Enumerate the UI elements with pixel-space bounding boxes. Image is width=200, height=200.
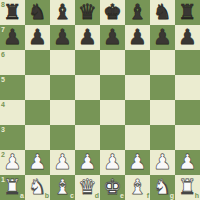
square-g7[interactable]: ♟ xyxy=(150,25,175,50)
square-d1[interactable]: d♛ xyxy=(75,175,100,200)
square-e6[interactable] xyxy=(100,50,125,75)
square-f1[interactable]: f♝ xyxy=(125,175,150,200)
square-f8[interactable]: ♝ xyxy=(125,0,150,25)
piece-white-knight[interactable]: ♞ xyxy=(153,175,172,200)
square-f3[interactable] xyxy=(125,125,150,150)
piece-black-bishop[interactable]: ♝ xyxy=(53,0,72,25)
square-c3[interactable] xyxy=(50,125,75,150)
square-f4[interactable] xyxy=(125,100,150,125)
piece-white-pawn[interactable]: ♟ xyxy=(153,150,172,175)
square-b4[interactable] xyxy=(25,100,50,125)
square-e4[interactable] xyxy=(100,100,125,125)
square-c1[interactable]: c♝ xyxy=(50,175,75,200)
square-d2[interactable]: ♟ xyxy=(75,150,100,175)
square-f5[interactable] xyxy=(125,75,150,100)
piece-white-bishop[interactable]: ♝ xyxy=(128,175,147,200)
square-a2[interactable]: 2♟ xyxy=(0,150,25,175)
square-g5[interactable] xyxy=(150,75,175,100)
square-e3[interactable] xyxy=(100,125,125,150)
square-h8[interactable]: ♜ xyxy=(175,0,200,25)
piece-black-queen[interactable]: ♛ xyxy=(78,0,97,25)
square-d4[interactable] xyxy=(75,100,100,125)
piece-black-rook[interactable]: ♜ xyxy=(3,0,22,25)
chess-board: 8♜♞♝♛♚♝♞♜7♟♟♟♟♟♟♟♟65432♟♟♟♟♟♟♟♟1a♜b♞c♝d♛… xyxy=(0,0,200,200)
square-h4[interactable] xyxy=(175,100,200,125)
square-b6[interactable] xyxy=(25,50,50,75)
square-e5[interactable] xyxy=(100,75,125,100)
square-c4[interactable] xyxy=(50,100,75,125)
square-a8[interactable]: 8♜ xyxy=(0,0,25,25)
piece-white-pawn[interactable]: ♟ xyxy=(28,150,47,175)
square-b7[interactable]: ♟ xyxy=(25,25,50,50)
piece-white-pawn[interactable]: ♟ xyxy=(53,150,72,175)
piece-white-pawn[interactable]: ♟ xyxy=(103,150,122,175)
square-e2[interactable]: ♟ xyxy=(100,150,125,175)
file-label: f xyxy=(147,192,149,199)
square-c6[interactable] xyxy=(50,50,75,75)
square-a1[interactable]: 1a♜ xyxy=(0,175,25,200)
piece-black-rook[interactable]: ♜ xyxy=(178,0,197,25)
square-b8[interactable]: ♞ xyxy=(25,0,50,25)
square-g1[interactable]: g♞ xyxy=(150,175,175,200)
square-g2[interactable]: ♟ xyxy=(150,150,175,175)
piece-white-king[interactable]: ♚ xyxy=(103,175,122,200)
square-h3[interactable] xyxy=(175,125,200,150)
square-d3[interactable] xyxy=(75,125,100,150)
piece-black-pawn[interactable]: ♟ xyxy=(78,25,97,50)
square-h1[interactable]: h♜ xyxy=(175,175,200,200)
square-a6[interactable]: 6 xyxy=(0,50,25,75)
square-b3[interactable] xyxy=(25,125,50,150)
square-b1[interactable]: b♞ xyxy=(25,175,50,200)
rank-label: 6 xyxy=(1,51,5,58)
piece-white-rook[interactable]: ♜ xyxy=(178,175,197,200)
rank-label: 3 xyxy=(1,126,5,133)
piece-white-pawn[interactable]: ♟ xyxy=(178,150,197,175)
piece-black-pawn[interactable]: ♟ xyxy=(103,25,122,50)
square-g6[interactable] xyxy=(150,50,175,75)
square-h2[interactable]: ♟ xyxy=(175,150,200,175)
square-a5[interactable]: 5 xyxy=(0,75,25,100)
square-a4[interactable]: 4 xyxy=(0,100,25,125)
piece-black-king[interactable]: ♚ xyxy=(103,0,122,25)
piece-white-knight[interactable]: ♞ xyxy=(28,175,47,200)
piece-black-pawn[interactable]: ♟ xyxy=(153,25,172,50)
piece-white-pawn[interactable]: ♟ xyxy=(78,150,97,175)
rank-label: 4 xyxy=(1,101,5,108)
piece-white-rook[interactable]: ♜ xyxy=(3,175,22,200)
square-b5[interactable] xyxy=(25,75,50,100)
square-f7[interactable]: ♟ xyxy=(125,25,150,50)
square-h6[interactable] xyxy=(175,50,200,75)
square-a7[interactable]: 7♟ xyxy=(0,25,25,50)
piece-black-pawn[interactable]: ♟ xyxy=(128,25,147,50)
square-h7[interactable]: ♟ xyxy=(175,25,200,50)
square-c5[interactable] xyxy=(50,75,75,100)
piece-white-queen[interactable]: ♛ xyxy=(78,175,97,200)
square-d5[interactable] xyxy=(75,75,100,100)
square-f2[interactable]: ♟ xyxy=(125,150,150,175)
square-d8[interactable]: ♛ xyxy=(75,0,100,25)
square-f6[interactable] xyxy=(125,50,150,75)
square-e7[interactable]: ♟ xyxy=(100,25,125,50)
piece-black-bishop[interactable]: ♝ xyxy=(128,0,147,25)
piece-black-pawn[interactable]: ♟ xyxy=(178,25,197,50)
square-h5[interactable] xyxy=(175,75,200,100)
square-b2[interactable]: ♟ xyxy=(25,150,50,175)
square-a3[interactable]: 3 xyxy=(0,125,25,150)
square-c8[interactable]: ♝ xyxy=(50,0,75,25)
square-e1[interactable]: e♚ xyxy=(100,175,125,200)
piece-black-knight[interactable]: ♞ xyxy=(28,0,47,25)
piece-white-pawn[interactable]: ♟ xyxy=(3,150,22,175)
square-c2[interactable]: ♟ xyxy=(50,150,75,175)
piece-black-pawn[interactable]: ♟ xyxy=(3,25,22,50)
piece-white-bishop[interactable]: ♝ xyxy=(53,175,72,200)
square-g3[interactable] xyxy=(150,125,175,150)
piece-black-pawn[interactable]: ♟ xyxy=(28,25,47,50)
piece-white-pawn[interactable]: ♟ xyxy=(128,150,147,175)
square-c7[interactable]: ♟ xyxy=(50,25,75,50)
square-g4[interactable] xyxy=(150,100,175,125)
square-g8[interactable]: ♞ xyxy=(150,0,175,25)
rank-label: 5 xyxy=(1,76,5,83)
piece-black-knight[interactable]: ♞ xyxy=(153,0,172,25)
piece-black-pawn[interactable]: ♟ xyxy=(53,25,72,50)
square-d7[interactable]: ♟ xyxy=(75,25,100,50)
square-d6[interactable] xyxy=(75,50,100,75)
square-e8[interactable]: ♚ xyxy=(100,0,125,25)
